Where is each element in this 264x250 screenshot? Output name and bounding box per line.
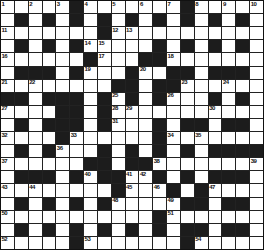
cell-r9-c14[interactable] bbox=[181, 106, 194, 118]
cell-r15-c16[interactable]: 47 bbox=[209, 184, 222, 196]
cell-r15-c12[interactable]: 46 bbox=[153, 184, 166, 196]
cell-r2-c17[interactable] bbox=[222, 14, 235, 26]
cell-r19-c11[interactable] bbox=[139, 237, 152, 249]
black-cell-r6-c14 bbox=[181, 67, 194, 79]
cell-r5-c9[interactable] bbox=[112, 53, 125, 65]
cell-r4-c7[interactable]: 14 bbox=[84, 40, 97, 52]
black-cell-r12-c14 bbox=[181, 145, 194, 157]
cell-r1-c10[interactable] bbox=[126, 1, 139, 13]
cell-r15-c5[interactable] bbox=[56, 184, 69, 196]
cell-r7-c18[interactable] bbox=[236, 80, 249, 92]
cell-r8-c3[interactable] bbox=[29, 93, 42, 105]
cell-r6-c15[interactable] bbox=[195, 67, 208, 79]
cell-r7-c5[interactable] bbox=[56, 80, 69, 92]
cell-r1-c2[interactable] bbox=[15, 1, 28, 13]
cell-r1-c5[interactable]: 3 bbox=[56, 1, 69, 13]
cell-r3-c6[interactable] bbox=[70, 27, 83, 39]
cell-r6-c1[interactable] bbox=[1, 67, 14, 79]
cell-r17-c13[interactable]: 51 bbox=[167, 211, 180, 223]
black-cell-r6-c17 bbox=[222, 67, 235, 79]
cell-r15-c3[interactable]: 44 bbox=[29, 184, 42, 196]
cell-r13-c4[interactable] bbox=[43, 158, 56, 170]
black-cell-r8-c5 bbox=[56, 93, 69, 105]
clue-number-24: 24 bbox=[223, 79, 229, 86]
cell-r12-c11[interactable] bbox=[139, 145, 152, 157]
cell-r17-c4[interactable] bbox=[43, 211, 56, 223]
cell-r17-c10[interactable] bbox=[126, 211, 139, 223]
cell-r8-c15[interactable] bbox=[195, 93, 208, 105]
cell-r19-c18[interactable] bbox=[236, 237, 249, 249]
cell-r11-c19[interactable] bbox=[250, 132, 263, 144]
cell-r5-c5[interactable] bbox=[56, 53, 69, 65]
cell-r4-c9[interactable] bbox=[112, 40, 125, 52]
cell-r16-c11[interactable] bbox=[139, 198, 152, 210]
cell-r9-c11[interactable] bbox=[139, 106, 152, 118]
cell-r10-c7[interactable] bbox=[84, 119, 97, 131]
cell-r3-c19[interactable] bbox=[250, 27, 263, 39]
black-cell-r14-c12 bbox=[153, 171, 166, 183]
cell-r6-c9[interactable] bbox=[112, 67, 125, 79]
cell-r13-c18[interactable] bbox=[236, 158, 249, 170]
cell-r1-c8[interactable] bbox=[98, 1, 111, 13]
cell-r12-c5[interactable]: 36 bbox=[56, 145, 69, 157]
cell-r3-c9[interactable]: 12 bbox=[112, 27, 125, 39]
cell-r3-c4[interactable] bbox=[43, 27, 56, 39]
cell-r9-c13[interactable] bbox=[167, 106, 180, 118]
cell-r10-c9[interactable]: 31 bbox=[112, 119, 125, 131]
cell-r17-c11[interactable] bbox=[139, 211, 152, 223]
crossword-page: 1234567891011121314151617181920212223242… bbox=[0, 0, 264, 250]
cell-r7-c3[interactable]: 22 bbox=[29, 80, 42, 92]
cell-r14-c7[interactable]: 40 bbox=[84, 171, 97, 183]
cell-r7-c7[interactable] bbox=[84, 80, 97, 92]
cell-r17-c7[interactable] bbox=[84, 211, 97, 223]
cell-r13-c16[interactable] bbox=[209, 158, 222, 170]
cell-r14-c15[interactable] bbox=[195, 171, 208, 183]
cell-r11-c2[interactable] bbox=[15, 132, 28, 144]
black-cell-r2-c4 bbox=[43, 14, 56, 26]
cell-r18-c1[interactable] bbox=[1, 224, 14, 236]
cell-r5-c3[interactable] bbox=[29, 53, 42, 65]
cell-r5-c18[interactable] bbox=[236, 53, 249, 65]
cell-r18-c9[interactable] bbox=[112, 224, 125, 236]
cell-r1-c13[interactable]: 7 bbox=[167, 1, 180, 13]
cell-r3-c2[interactable] bbox=[15, 27, 28, 39]
cell-r17-c18[interactable] bbox=[236, 211, 249, 223]
cell-r4-c8[interactable]: 15 bbox=[98, 40, 111, 52]
cell-r3-c10[interactable]: 13 bbox=[126, 27, 139, 39]
cell-r16-c10[interactable] bbox=[126, 198, 139, 210]
cell-r1-c15[interactable]: 8 bbox=[195, 1, 208, 13]
clue-number-21: 21 bbox=[2, 79, 8, 86]
cell-r7-c11[interactable] bbox=[139, 80, 152, 92]
cell-r12-c13[interactable] bbox=[167, 145, 180, 157]
cell-r19-c15[interactable]: 54 bbox=[195, 237, 208, 249]
cell-r1-c4[interactable] bbox=[43, 1, 56, 13]
cell-r9-c3[interactable] bbox=[29, 106, 42, 118]
black-cell-r2-c2 bbox=[15, 14, 28, 26]
cell-r5-c6[interactable] bbox=[70, 53, 83, 65]
cell-r7-c19[interactable] bbox=[250, 80, 263, 92]
cell-r15-c1[interactable]: 43 bbox=[1, 184, 14, 196]
cell-r9-c10[interactable]: 29 bbox=[126, 106, 139, 118]
cell-r14-c10[interactable]: 41 bbox=[126, 171, 139, 183]
clue-number-46: 46 bbox=[154, 184, 160, 191]
clue-number-38: 38 bbox=[154, 158, 160, 165]
cell-r9-c4[interactable] bbox=[43, 106, 56, 118]
cell-r4-c5[interactable] bbox=[56, 40, 69, 52]
cell-r17-c15[interactable] bbox=[195, 211, 208, 223]
cell-r9-c16[interactable]: 30 bbox=[209, 106, 222, 118]
cell-r19-c17[interactable] bbox=[222, 237, 235, 249]
cell-r2-c19[interactable] bbox=[250, 14, 263, 26]
cell-r15-c18[interactable] bbox=[236, 184, 249, 196]
cell-r13-c17[interactable] bbox=[222, 158, 235, 170]
cell-r3-c17[interactable] bbox=[222, 27, 235, 39]
cell-r19-c1[interactable]: 52 bbox=[1, 237, 14, 249]
cell-r2-c1[interactable] bbox=[1, 14, 14, 26]
black-cell-r12-c12 bbox=[153, 145, 166, 157]
cell-r18-c7[interactable] bbox=[84, 224, 97, 236]
cell-r4-c10[interactable] bbox=[126, 40, 139, 52]
cell-r15-c2[interactable] bbox=[15, 184, 28, 196]
cell-r2-c9[interactable] bbox=[112, 14, 125, 26]
cell-r5-c14[interactable] bbox=[181, 53, 194, 65]
cell-r11-c6[interactable]: 33 bbox=[70, 132, 83, 144]
black-cell-r13-c8 bbox=[98, 158, 111, 170]
black-cell-r8-c1 bbox=[1, 93, 14, 105]
cell-r15-c10[interactable]: 45 bbox=[126, 184, 139, 196]
cell-r13-c1[interactable]: 37 bbox=[1, 158, 14, 170]
clue-number-48: 48 bbox=[112, 197, 118, 204]
cell-r16-c5[interactable] bbox=[56, 198, 69, 210]
cell-r9-c18[interactable] bbox=[236, 106, 249, 118]
clue-number-15: 15 bbox=[98, 40, 104, 47]
cell-r1-c1[interactable]: 1 bbox=[1, 1, 14, 13]
cell-r13-c6[interactable] bbox=[70, 158, 83, 170]
cell-r12-c1[interactable] bbox=[1, 145, 14, 157]
cell-r19-c10[interactable] bbox=[126, 237, 139, 249]
cell-r1-c12[interactable] bbox=[153, 1, 166, 13]
cell-r6-c5[interactable] bbox=[56, 67, 69, 79]
cell-r8-c17[interactable] bbox=[222, 93, 235, 105]
cell-r7-c16[interactable] bbox=[209, 80, 222, 92]
cell-r3-c13[interactable] bbox=[167, 27, 180, 39]
cell-r9-c17[interactable] bbox=[222, 106, 235, 118]
clue-number-16: 16 bbox=[2, 53, 8, 60]
cell-r12-c9[interactable] bbox=[112, 145, 125, 157]
cell-r10-c3[interactable] bbox=[29, 119, 42, 131]
cell-r15-c4[interactable] bbox=[43, 184, 56, 196]
clue-number-33: 33 bbox=[71, 132, 77, 139]
cell-r8-c11[interactable] bbox=[139, 93, 152, 105]
cell-r19-c8[interactable] bbox=[98, 237, 111, 249]
cell-r5-c8[interactable]: 17 bbox=[98, 53, 111, 65]
black-cell-r18-c14 bbox=[181, 224, 194, 236]
cell-r11-c7[interactable] bbox=[84, 132, 97, 144]
cell-r1-c18[interactable] bbox=[236, 1, 249, 13]
cell-r6-c7[interactable]: 19 bbox=[84, 67, 97, 79]
black-cell-r6-c13 bbox=[167, 67, 180, 79]
cell-r7-c4[interactable] bbox=[43, 80, 56, 92]
cell-r16-c16[interactable] bbox=[209, 198, 222, 210]
cell-r18-c5[interactable] bbox=[56, 224, 69, 236]
cell-r10-c11[interactable] bbox=[139, 119, 152, 131]
cell-r12-c3[interactable] bbox=[29, 145, 42, 157]
cell-r11-c11[interactable] bbox=[139, 132, 152, 144]
cell-r17-c17[interactable] bbox=[222, 211, 235, 223]
cell-r5-c15[interactable] bbox=[195, 53, 208, 65]
cell-r14-c13[interactable] bbox=[167, 171, 180, 183]
cell-r1-c17[interactable]: 9 bbox=[222, 1, 235, 13]
cell-r1-c11[interactable]: 6 bbox=[139, 1, 152, 13]
cell-r17-c1[interactable]: 50 bbox=[1, 211, 14, 223]
cell-r6-c11[interactable]: 20 bbox=[139, 67, 152, 79]
cell-r11-c4[interactable] bbox=[43, 132, 56, 144]
cell-r5-c1[interactable]: 16 bbox=[1, 53, 14, 65]
cell-r10-c13[interactable] bbox=[167, 119, 180, 131]
cell-r5-c17[interactable] bbox=[222, 53, 235, 65]
cell-r3-c5[interactable] bbox=[56, 27, 69, 39]
cell-r15-c8[interactable] bbox=[98, 184, 111, 196]
cell-r17-c8[interactable] bbox=[98, 211, 111, 223]
cell-r11-c1[interactable]: 32 bbox=[1, 132, 14, 144]
clue-number-49: 49 bbox=[168, 197, 174, 204]
cell-r10-c10[interactable] bbox=[126, 119, 139, 131]
clue-number-45: 45 bbox=[126, 184, 132, 191]
black-cell-r4-c4 bbox=[43, 40, 56, 52]
cell-r17-c6[interactable] bbox=[70, 211, 83, 223]
cell-r19-c9[interactable] bbox=[112, 237, 125, 249]
cell-r7-c1[interactable]: 21 bbox=[1, 80, 14, 92]
cell-r5-c2[interactable] bbox=[15, 53, 28, 65]
cell-r18-c19[interactable] bbox=[250, 224, 263, 236]
cell-r11-c3[interactable] bbox=[29, 132, 42, 144]
cell-r19-c5[interactable] bbox=[56, 237, 69, 249]
cell-r3-c15[interactable] bbox=[195, 27, 208, 39]
black-cell-r18-c18 bbox=[236, 224, 249, 236]
black-cell-r7-c10 bbox=[126, 80, 139, 92]
black-cell-r8-c10 bbox=[126, 93, 139, 105]
cell-r2-c3[interactable] bbox=[29, 14, 42, 26]
cell-r12-c15[interactable] bbox=[195, 145, 208, 157]
cell-r16-c3[interactable] bbox=[29, 198, 42, 210]
cell-r3-c1[interactable]: 11 bbox=[1, 27, 14, 39]
cell-r2-c15[interactable] bbox=[195, 14, 208, 26]
black-cell-r10-c18 bbox=[236, 119, 249, 131]
clue-number-50: 50 bbox=[2, 210, 8, 217]
cell-r9-c2[interactable] bbox=[15, 106, 28, 118]
cell-r4-c17[interactable] bbox=[222, 40, 235, 52]
black-cell-r10-c15 bbox=[195, 119, 208, 131]
black-cell-r1-c6 bbox=[70, 1, 83, 13]
cell-r17-c3[interactable] bbox=[29, 211, 42, 223]
black-cell-r18-c6 bbox=[70, 224, 83, 236]
cell-r18-c3[interactable] bbox=[29, 224, 42, 236]
cell-r8-c9[interactable]: 25 bbox=[112, 93, 125, 105]
clue-number-6: 6 bbox=[140, 1, 143, 8]
cell-r12-c6[interactable] bbox=[70, 145, 83, 157]
cell-r15-c14[interactable] bbox=[181, 184, 194, 196]
cell-r12-c7[interactable] bbox=[84, 145, 97, 157]
cell-r13-c19[interactable]: 39 bbox=[250, 158, 263, 170]
cell-r1-c3[interactable]: 2 bbox=[29, 1, 42, 13]
cell-r10-c1[interactable] bbox=[1, 119, 14, 131]
black-cell-r15-c9 bbox=[112, 184, 125, 196]
cell-r19-c19[interactable] bbox=[250, 237, 263, 249]
cell-r19-c16[interactable] bbox=[209, 237, 222, 249]
cell-r9-c19[interactable] bbox=[250, 106, 263, 118]
cell-r11-c17[interactable] bbox=[222, 132, 235, 144]
cell-r6-c12[interactable] bbox=[153, 67, 166, 79]
cell-r15-c6[interactable] bbox=[70, 184, 83, 196]
cell-r9-c1[interactable]: 27 bbox=[1, 106, 14, 118]
clue-number-11: 11 bbox=[2, 27, 7, 34]
cell-r10-c19[interactable] bbox=[250, 119, 263, 131]
cell-r7-c15[interactable] bbox=[195, 80, 208, 92]
cell-r9-c12[interactable] bbox=[153, 106, 166, 118]
cell-r16-c7[interactable] bbox=[84, 198, 97, 210]
cell-r18-c13[interactable] bbox=[167, 224, 180, 236]
cell-r15-c7[interactable] bbox=[84, 184, 97, 196]
cell-r4-c3[interactable] bbox=[29, 40, 42, 52]
cell-r17-c14[interactable] bbox=[181, 211, 194, 223]
cell-r9-c7[interactable] bbox=[84, 106, 97, 118]
cell-r11-c8[interactable] bbox=[98, 132, 111, 144]
black-cell-r4-c6 bbox=[70, 40, 83, 52]
black-cell-r16-c15 bbox=[195, 198, 208, 210]
cell-r6-c8[interactable] bbox=[98, 67, 111, 79]
cell-r17-c16[interactable] bbox=[209, 211, 222, 223]
black-cell-r12-c18 bbox=[236, 145, 249, 157]
cell-r14-c5[interactable] bbox=[56, 171, 69, 183]
cell-r3-c18[interactable] bbox=[236, 27, 249, 39]
cell-r11-c15[interactable]: 35 bbox=[195, 132, 208, 144]
clue-number-10: 10 bbox=[251, 1, 257, 8]
cell-r4-c13[interactable] bbox=[167, 40, 180, 52]
clue-number-3: 3 bbox=[57, 1, 60, 8]
cell-r4-c1[interactable] bbox=[1, 40, 14, 52]
cell-r10-c16[interactable] bbox=[209, 119, 222, 131]
cell-r2-c7[interactable] bbox=[84, 14, 97, 26]
cell-r3-c14[interactable] bbox=[181, 27, 194, 39]
cell-r7-c6[interactable] bbox=[70, 80, 83, 92]
cell-r2-c5[interactable] bbox=[56, 14, 69, 26]
cell-r11-c16[interactable] bbox=[209, 132, 222, 144]
cell-r16-c13[interactable]: 49 bbox=[167, 198, 180, 210]
cell-r8-c7[interactable] bbox=[84, 93, 97, 105]
cell-r14-c19[interactable] bbox=[250, 171, 263, 183]
cell-r19-c2[interactable] bbox=[15, 237, 28, 249]
cell-r15-c19[interactable] bbox=[250, 184, 263, 196]
cell-r15-c11[interactable] bbox=[139, 184, 152, 196]
black-cell-r10-c6 bbox=[70, 119, 83, 131]
cell-r9-c9[interactable]: 28 bbox=[112, 106, 125, 118]
cell-r13-c15[interactable] bbox=[195, 158, 208, 170]
cell-r16-c12[interactable] bbox=[153, 198, 166, 210]
cell-r18-c16[interactable] bbox=[209, 224, 222, 236]
cell-r3-c7[interactable] bbox=[84, 27, 97, 39]
cell-r3-c11[interactable] bbox=[139, 27, 152, 39]
cell-r1-c19[interactable]: 10 bbox=[250, 1, 263, 13]
cell-r13-c5[interactable] bbox=[56, 158, 69, 170]
black-cell-r4-c18 bbox=[236, 40, 249, 52]
clue-number-37: 37 bbox=[2, 158, 8, 165]
cell-r1-c16[interactable] bbox=[209, 1, 222, 13]
cell-r3-c12[interactable] bbox=[153, 27, 166, 39]
black-cell-r8-c2 bbox=[15, 93, 28, 105]
cell-r11-c14[interactable] bbox=[181, 132, 194, 144]
cell-r8-c13[interactable]: 26 bbox=[167, 93, 180, 105]
cell-r19-c13[interactable] bbox=[167, 237, 180, 249]
cell-r17-c2[interactable] bbox=[15, 211, 28, 223]
cell-r5-c19[interactable] bbox=[250, 53, 263, 65]
cell-r11-c10[interactable] bbox=[126, 132, 139, 144]
cell-r4-c15[interactable] bbox=[195, 40, 208, 52]
cell-r14-c1[interactable] bbox=[1, 171, 14, 183]
cell-r5-c10[interactable] bbox=[126, 53, 139, 65]
cell-r8-c19[interactable] bbox=[250, 93, 263, 105]
cell-r1-c9[interactable]: 5 bbox=[112, 1, 125, 13]
black-cell-r14-c4 bbox=[43, 171, 56, 183]
cell-r16-c19[interactable] bbox=[250, 198, 263, 210]
cell-r13-c14[interactable] bbox=[181, 158, 194, 170]
cell-r19-c3[interactable] bbox=[29, 237, 42, 249]
cell-r11-c9[interactable] bbox=[112, 132, 125, 144]
black-cell-r5-c11 bbox=[139, 53, 152, 65]
cell-r13-c3[interactable] bbox=[29, 158, 42, 170]
cell-r13-c9[interactable] bbox=[112, 158, 125, 170]
cell-r2-c11[interactable] bbox=[139, 14, 152, 26]
cell-r13-c2[interactable] bbox=[15, 158, 28, 170]
cell-r19-c12[interactable] bbox=[153, 237, 166, 249]
black-cell-r18-c15 bbox=[195, 224, 208, 236]
cell-r17-c9[interactable] bbox=[112, 211, 125, 223]
cell-r18-c11[interactable] bbox=[139, 224, 152, 236]
cell-r13-c13[interactable] bbox=[167, 158, 180, 170]
cell-r4-c19[interactable] bbox=[250, 40, 263, 52]
cell-r14-c11[interactable]: 42 bbox=[139, 171, 152, 183]
cell-r4-c11[interactable] bbox=[139, 40, 152, 52]
cell-r5-c13[interactable]: 18 bbox=[167, 53, 180, 65]
cell-r16-c9[interactable]: 48 bbox=[112, 198, 125, 210]
cell-r7-c2[interactable] bbox=[15, 80, 28, 92]
cell-r17-c19[interactable] bbox=[250, 211, 263, 223]
cell-r7-c14[interactable]: 23 bbox=[181, 80, 194, 92]
cell-r8-c14[interactable] bbox=[181, 93, 194, 105]
cell-r3-c16[interactable] bbox=[209, 27, 222, 39]
cell-r7-c17[interactable]: 24 bbox=[222, 80, 235, 92]
cell-r5-c4[interactable] bbox=[43, 53, 56, 65]
cell-r15-c17[interactable] bbox=[222, 184, 235, 196]
cell-r17-c5[interactable] bbox=[56, 211, 69, 223]
cell-r6-c19[interactable] bbox=[250, 67, 263, 79]
crossword-grid: 1234567891011121314151617181920212223242… bbox=[0, 0, 264, 250]
cell-r2-c13[interactable] bbox=[167, 14, 180, 26]
cell-r13-c12[interactable]: 38 bbox=[153, 158, 166, 170]
cell-r1-c7[interactable]: 4 bbox=[84, 1, 97, 13]
cell-r16-c1[interactable] bbox=[1, 198, 14, 210]
cell-r11-c13[interactable]: 34 bbox=[167, 132, 180, 144]
cell-r11-c18[interactable] bbox=[236, 132, 249, 144]
black-cell-r16-c2 bbox=[15, 198, 28, 210]
cell-r9-c15[interactable] bbox=[195, 106, 208, 118]
cell-r5-c16[interactable] bbox=[209, 53, 222, 65]
cell-r19-c4[interactable] bbox=[43, 237, 56, 249]
cell-r3-c3[interactable] bbox=[29, 27, 42, 39]
cell-r7-c8[interactable] bbox=[98, 80, 111, 92]
cell-r19-c7[interactable]: 53 bbox=[84, 237, 97, 249]
